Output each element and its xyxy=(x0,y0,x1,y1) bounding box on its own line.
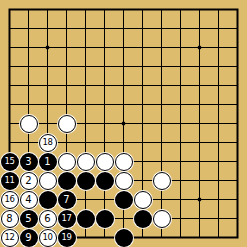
stone-black-15: 15 xyxy=(1,153,19,171)
move-number: 7 xyxy=(63,194,69,204)
stone-white xyxy=(153,172,171,190)
move-number: 3 xyxy=(25,156,31,166)
stone-white xyxy=(115,153,133,171)
move-number: 2 xyxy=(25,175,31,185)
stone-white-4: 4 xyxy=(20,191,38,209)
move-number: 6 xyxy=(44,213,50,223)
stone-white xyxy=(153,210,171,228)
hoshi-point xyxy=(198,46,202,50)
stone-white xyxy=(77,153,95,171)
stone-white-12: 12 xyxy=(1,229,19,247)
move-number: 18 xyxy=(43,138,53,147)
move-number: 15 xyxy=(5,157,15,166)
move-number: 17 xyxy=(62,214,72,223)
stone-black-5: 5 xyxy=(20,210,38,228)
stone-white xyxy=(39,172,57,190)
stone-white xyxy=(134,191,152,209)
stone-black xyxy=(39,191,57,209)
move-number: 8 xyxy=(6,213,12,223)
move-number: 9 xyxy=(25,232,31,242)
stone-black xyxy=(77,210,95,228)
hoshi-point xyxy=(122,122,126,126)
stone-black xyxy=(96,172,114,190)
stone-white-18: 18 xyxy=(39,134,57,152)
hoshi-point xyxy=(46,46,50,50)
stone-black xyxy=(58,172,76,190)
stone-black-7: 7 xyxy=(58,191,76,209)
stone-white xyxy=(58,153,76,171)
stone-black xyxy=(134,210,152,228)
stone-black-19: 19 xyxy=(58,229,76,247)
stone-black xyxy=(115,191,133,209)
hoshi-point xyxy=(198,198,202,202)
stone-white-10: 10 xyxy=(39,229,57,247)
stone-white-8: 8 xyxy=(1,210,19,228)
stone-white xyxy=(58,115,76,133)
stone-white-2: 2 xyxy=(20,172,38,190)
move-number: 5 xyxy=(25,213,31,223)
stone-black-3: 3 xyxy=(20,153,38,171)
move-number: 1 xyxy=(44,156,50,166)
stone-white-16: 16 xyxy=(1,191,19,209)
move-number: 11 xyxy=(5,176,15,185)
move-number: 19 xyxy=(62,233,72,242)
stone-white xyxy=(20,115,38,133)
move-number: 4 xyxy=(25,194,31,204)
stone-black xyxy=(115,229,133,247)
move-number: 16 xyxy=(5,195,15,204)
stone-black xyxy=(77,172,95,190)
stone-white xyxy=(96,153,114,171)
stone-white-6: 6 xyxy=(39,210,57,228)
stone-black-1: 1 xyxy=(39,153,57,171)
stone-black xyxy=(96,210,114,228)
move-number: 12 xyxy=(5,233,15,242)
stone-white xyxy=(115,172,133,190)
move-number: 10 xyxy=(43,233,53,242)
stone-black-11: 11 xyxy=(1,172,19,190)
stone-black-9: 9 xyxy=(20,229,38,247)
stone-black-17: 17 xyxy=(58,210,76,228)
goban: 1815311121647856171291019 xyxy=(0,0,247,247)
